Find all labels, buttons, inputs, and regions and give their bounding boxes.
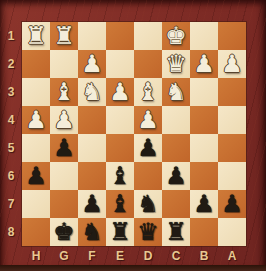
square-b6[interactable] (190, 162, 218, 190)
square-h6[interactable]: ♟ (22, 162, 50, 190)
piece-white-rook: ♜ (53, 24, 75, 48)
square-f7[interactable]: ♟ (78, 190, 106, 218)
piece-black-rook: ♜ (165, 220, 187, 244)
rank-label-6: 6 (0, 162, 22, 190)
square-f3[interactable]: ♞ (78, 78, 106, 106)
square-h7[interactable] (22, 190, 50, 218)
square-f1[interactable] (78, 22, 106, 50)
rank-labels: 1 2 3 4 5 6 7 8 (0, 22, 22, 246)
square-e2[interactable] (106, 50, 134, 78)
piece-black-pawn: ♟ (165, 164, 187, 188)
square-h1[interactable]: ♜ (22, 22, 50, 50)
piece-white-king: ♚ (165, 24, 187, 48)
square-f4[interactable] (78, 106, 106, 134)
square-e3[interactable]: ♟ (106, 78, 134, 106)
square-b5[interactable] (190, 134, 218, 162)
square-h5[interactable] (22, 134, 50, 162)
square-a4[interactable] (218, 106, 246, 134)
square-b3[interactable] (190, 78, 218, 106)
square-d5[interactable]: ♟ (134, 134, 162, 162)
square-h4[interactable]: ♟ (22, 106, 50, 134)
piece-white-pawn: ♟ (109, 80, 131, 104)
rank-label-8: 8 (0, 218, 22, 246)
piece-white-pawn: ♟ (221, 52, 243, 76)
file-label-g: G (50, 246, 78, 266)
piece-white-pawn: ♟ (81, 52, 103, 76)
piece-white-knight: ♞ (165, 80, 187, 104)
square-g5[interactable]: ♟ (50, 134, 78, 162)
piece-black-bishop: ♝ (109, 164, 131, 188)
square-c1[interactable]: ♚ (162, 22, 190, 50)
rank-label-3: 3 (0, 78, 22, 106)
square-h2[interactable] (22, 50, 50, 78)
square-h3[interactable] (22, 78, 50, 106)
piece-black-bishop: ♝ (109, 192, 131, 216)
piece-black-king: ♚ (53, 220, 75, 244)
piece-white-pawn: ♟ (25, 108, 47, 132)
square-e5[interactable] (106, 134, 134, 162)
square-a1[interactable] (218, 22, 246, 50)
rank-label-2: 2 (0, 50, 22, 78)
square-f8[interactable]: ♞ (78, 218, 106, 246)
square-g7[interactable] (50, 190, 78, 218)
square-e7[interactable]: ♝ (106, 190, 134, 218)
square-c2[interactable]: ♛ (162, 50, 190, 78)
square-d2[interactable] (134, 50, 162, 78)
piece-white-rook: ♜ (25, 24, 47, 48)
square-g6[interactable] (50, 162, 78, 190)
square-b4[interactable] (190, 106, 218, 134)
square-e1[interactable] (106, 22, 134, 50)
square-h8[interactable] (22, 218, 50, 246)
piece-white-bishop: ♝ (137, 80, 159, 104)
chess-board: ♜♜♚♟♛♟♟♝♞♟♝♞♟♟♟♟♟♟♝♟♟♝♞♟♟♚♞♜♛♜ (22, 22, 246, 246)
file-labels: H G F E D C B A (22, 246, 246, 266)
file-label-e: E (106, 246, 134, 266)
square-c3[interactable]: ♞ (162, 78, 190, 106)
square-g8[interactable]: ♚ (50, 218, 78, 246)
square-e4[interactable] (106, 106, 134, 134)
square-b1[interactable] (190, 22, 218, 50)
piece-white-queen: ♛ (165, 52, 187, 76)
file-label-c: C (162, 246, 190, 266)
square-a8[interactable] (218, 218, 246, 246)
chess-board-widget: 1 2 3 4 5 6 7 8 ♜♜♚♟♛♟♟♝♞♟♝♞♟♟♟♟♟♟♝♟♟♝♞♟… (0, 0, 266, 271)
square-c6[interactable]: ♟ (162, 162, 190, 190)
square-d7[interactable]: ♞ (134, 190, 162, 218)
piece-black-pawn: ♟ (193, 192, 215, 216)
square-e6[interactable]: ♝ (106, 162, 134, 190)
file-label-f: F (78, 246, 106, 266)
file-label-d: D (134, 246, 162, 266)
piece-white-knight: ♞ (81, 80, 103, 104)
square-g1[interactable]: ♜ (50, 22, 78, 50)
square-b7[interactable]: ♟ (190, 190, 218, 218)
piece-black-queen: ♛ (137, 220, 159, 244)
square-d4[interactable]: ♟ (134, 106, 162, 134)
file-label-b: B (190, 246, 218, 266)
square-a5[interactable] (218, 134, 246, 162)
rank-label-5: 5 (0, 134, 22, 162)
square-a2[interactable]: ♟ (218, 50, 246, 78)
file-label-a: A (218, 246, 246, 266)
square-d6[interactable] (134, 162, 162, 190)
square-d8[interactable]: ♛ (134, 218, 162, 246)
piece-black-rook: ♜ (109, 220, 131, 244)
piece-white-pawn: ♟ (53, 108, 75, 132)
file-label-h: H (22, 246, 50, 266)
square-c8[interactable]: ♜ (162, 218, 190, 246)
square-g2[interactable] (50, 50, 78, 78)
square-c7[interactable] (162, 190, 190, 218)
piece-white-pawn: ♟ (193, 52, 215, 76)
square-e8[interactable]: ♜ (106, 218, 134, 246)
piece-black-pawn: ♟ (137, 136, 159, 160)
square-b2[interactable]: ♟ (190, 50, 218, 78)
piece-black-knight: ♞ (137, 192, 159, 216)
square-g4[interactable]: ♟ (50, 106, 78, 134)
square-g3[interactable]: ♝ (50, 78, 78, 106)
square-a3[interactable] (218, 78, 246, 106)
square-f5[interactable] (78, 134, 106, 162)
square-c4[interactable] (162, 106, 190, 134)
rank-label-4: 4 (0, 106, 22, 134)
piece-white-bishop: ♝ (53, 80, 75, 104)
rank-label-7: 7 (0, 190, 22, 218)
piece-black-knight: ♞ (81, 220, 103, 244)
square-f2[interactable]: ♟ (78, 50, 106, 78)
square-d1[interactable] (134, 22, 162, 50)
piece-black-pawn: ♟ (53, 136, 75, 160)
piece-black-pawn: ♟ (25, 164, 47, 188)
square-d3[interactable]: ♝ (134, 78, 162, 106)
square-a6[interactable] (218, 162, 246, 190)
bottom-edge-strip (0, 265, 266, 271)
square-f6[interactable] (78, 162, 106, 190)
square-c5[interactable] (162, 134, 190, 162)
piece-black-pawn: ♟ (81, 192, 103, 216)
rank-label-1: 1 (0, 22, 22, 50)
piece-black-pawn: ♟ (221, 192, 243, 216)
square-a7[interactable]: ♟ (218, 190, 246, 218)
piece-white-pawn: ♟ (137, 108, 159, 132)
square-b8[interactable] (190, 218, 218, 246)
